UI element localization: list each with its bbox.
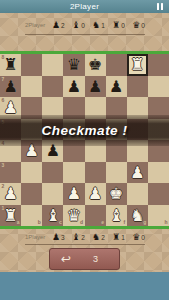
white-pawn[interactable]: ♟ [88,183,102,204]
black-king[interactable]: ♚ [88,54,102,75]
square-h8[interactable] [148,54,169,76]
captured-count: 2 [101,234,105,242]
square-h1[interactable]: h [148,205,169,227]
square-b1[interactable]: b [21,205,42,227]
captured-queen: ♛0 [132,20,145,30]
white-bishop[interactable]: ♝ [46,205,60,226]
rank-label: 6 [2,98,5,103]
checkmate-banner: Checkmate ! [0,115,169,146]
square-d1[interactable]: d♛ [63,205,84,227]
captured-rook: ♜1 [112,232,125,242]
bottom-player-name: 1Player [25,234,47,240]
file-label: b [38,220,41,225]
square-f8[interactable] [106,54,127,76]
rook-icon: ♜ [112,232,120,242]
undo-count: 3 [93,249,98,269]
pawn-icon: ♟ [52,232,60,242]
pawn-icon: ♟ [52,20,60,30]
square-a8[interactable]: 8♜ [0,54,21,76]
white-king[interactable]: ♚ [109,183,123,204]
square-c2[interactable] [42,183,63,205]
rank-label: 1 [2,206,5,211]
captured-count: 3 [61,234,65,242]
square-e2[interactable]: ♟ [85,183,106,205]
square-d3[interactable] [63,162,84,184]
white-pawn[interactable]: ♟ [130,162,144,183]
captured-pawn: ♟2 [52,20,65,30]
top-captured-tray: ♟2♝0♞1♜0♛0 [52,20,145,30]
captured-bishop: ♝2 [72,232,85,242]
square-b3[interactable] [21,162,42,184]
top-player-name: 2Player [25,22,47,28]
white-rook[interactable]: ♜ [130,54,144,75]
captured-knight: ♞1 [92,20,105,30]
rank-label: 2 [2,184,5,189]
square-a2[interactable]: 2♟ [0,183,21,205]
square-b8[interactable] [21,54,42,76]
rank-label: 3 [2,163,5,168]
captured-count: 2 [61,22,65,30]
black-pawn[interactable]: ♟ [3,76,17,97]
knight-icon: ♞ [92,20,100,30]
square-h2[interactable] [148,183,169,205]
captured-pawn: ♟3 [52,232,65,242]
white-pawn[interactable]: ♟ [3,183,17,204]
pause-icon [161,3,163,10]
file-label: f [124,220,126,225]
queen-icon: ♛ [132,20,140,30]
file-label: e [101,220,104,225]
bottom-player-row: 1Player ♟3♝2♞2♜1♛0 [25,229,145,245]
queen-icon: ♛ [132,232,140,242]
captured-count: 0 [141,22,145,30]
black-queen[interactable]: ♛ [67,54,81,75]
bishop-icon: ♝ [72,20,80,30]
file-label: g [143,220,146,225]
square-d2[interactable]: ♟ [63,183,84,205]
bishop-icon: ♝ [72,232,80,242]
square-e7[interactable]: ♟ [85,76,106,98]
file-label: d [80,220,83,225]
square-e1[interactable]: e [85,205,106,227]
square-a3[interactable]: 3 [0,162,21,184]
square-d7[interactable]: ♟ [63,76,84,98]
captured-count: 1 [101,22,105,30]
undo-icon: ↩ [61,249,71,269]
square-c7[interactable] [42,76,63,98]
bottom-bar [0,272,169,300]
square-b7[interactable] [21,76,42,98]
square-c3[interactable] [42,162,63,184]
square-f1[interactable]: f♝ [106,205,127,227]
square-g8[interactable]: ♜ [127,54,148,76]
pause-button[interactable] [157,3,163,10]
app-screen: 2Player 2Player ♟2♝0♞1♜0♛0 8♜♛♚♜7♟♟♟♟6♟5… [0,0,169,300]
captured-count: 0 [121,22,125,30]
square-g3[interactable]: ♟ [127,162,148,184]
captured-count: 1 [121,234,125,242]
square-b2[interactable] [21,183,42,205]
knight-icon: ♞ [92,232,100,242]
square-g2[interactable] [127,183,148,205]
file-label: c [59,220,62,225]
square-e8[interactable]: ♚ [85,54,106,76]
square-h3[interactable] [148,162,169,184]
captured-bishop: ♝0 [72,20,85,30]
captured-count: 2 [81,234,85,242]
undo-button[interactable]: ↩ 3 [49,248,120,270]
checkmate-text: Checkmate ! [42,123,128,138]
black-pawn[interactable]: ♟ [67,76,81,97]
top-player-row: 2Player ♟2♝0♞1♜0♛0 [25,15,145,35]
square-a7[interactable]: 7♟ [0,76,21,98]
square-h7[interactable] [148,76,169,98]
rank-label: 7 [2,77,5,82]
square-f3[interactable] [106,162,127,184]
square-d8[interactable]: ♛ [63,54,84,76]
square-g7[interactable] [127,76,148,98]
white-pawn[interactable]: ♟ [67,183,81,204]
app-title: 2Player [70,0,99,13]
square-e3[interactable] [85,162,106,184]
captured-knight: ♞2 [92,232,105,242]
square-g1[interactable]: g♞ [127,205,148,227]
white-bishop[interactable]: ♝ [109,205,123,226]
square-c1[interactable]: c♝ [42,205,63,227]
white-rook[interactable]: ♜ [3,205,17,226]
pause-icon [157,3,159,10]
captured-rook: ♜0 [112,20,125,30]
captured-count: 0 [81,22,85,30]
captured-count: 0 [141,234,145,242]
square-c8[interactable] [42,54,63,76]
captured-queen: ♛0 [132,232,145,242]
file-label: h [164,220,167,225]
square-f7[interactable]: ♟ [106,76,127,98]
black-pawn[interactable]: ♟ [88,76,102,97]
top-bar: 2Player [0,0,169,13]
black-rook[interactable]: ♜ [3,54,17,75]
file-label: a [17,220,20,225]
black-pawn[interactable]: ♟ [109,76,123,97]
bottom-captured-tray: ♟3♝2♞2♜1♛0 [52,232,145,242]
square-a1[interactable]: 1a♜ [0,205,21,227]
square-f2[interactable]: ♚ [106,183,127,205]
rank-label: 8 [2,55,5,60]
rook-icon: ♜ [112,20,120,30]
